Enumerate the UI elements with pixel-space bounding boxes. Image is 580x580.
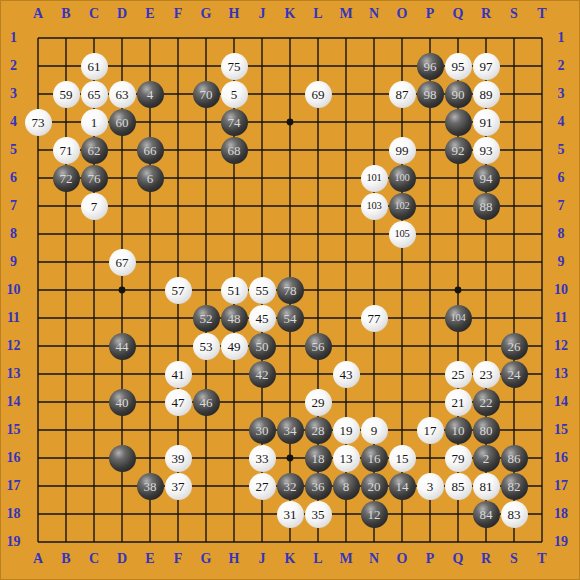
stone-white-71-B5[interactable]: 71 (53, 137, 80, 164)
stone-white-59-B3[interactable]: 59 (53, 81, 80, 108)
stone-black-66-E5[interactable]: 66 (137, 137, 164, 164)
move-number: 56 (312, 340, 325, 353)
stone-white-105-O8[interactable]: 105 (389, 221, 416, 248)
stone-black-16-N16[interactable]: 16 (361, 445, 388, 472)
stone-black-76-C6[interactable]: 76 (81, 165, 108, 192)
move-number: 79 (452, 452, 465, 465)
move-number: 84 (480, 508, 493, 521)
move-number: 22 (480, 396, 493, 409)
move-number: 15 (396, 452, 409, 465)
move-number: 49 (228, 340, 241, 353)
stone-black-12-N18[interactable]: 12 (361, 501, 388, 528)
stone-white-31-K18[interactable]: 31 (277, 501, 304, 528)
stone-black-26-S12[interactable]: 26 (501, 333, 528, 360)
move-number: 30 (256, 424, 269, 437)
row-label-left-8: 8 (0, 220, 27, 248)
move-number: 62 (88, 144, 101, 157)
move-number: 23 (480, 368, 493, 381)
col-label-top-N: N (360, 0, 388, 27)
move-number: 66 (144, 144, 157, 157)
move-number: 50 (256, 340, 269, 353)
move-number: 16 (368, 452, 381, 465)
stone-white-87-O3[interactable]: 87 (389, 81, 416, 108)
stone-white-7-C7[interactable]: 7 (81, 193, 108, 220)
row-label-left-15: 15 (0, 416, 27, 444)
move-number: 59 (60, 88, 73, 101)
stone-white-39-F16[interactable]: 39 (165, 445, 192, 472)
move-number: 34 (284, 424, 297, 437)
move-number: 29 (312, 396, 325, 409)
stone-white-47-F14[interactable]: 47 (165, 389, 192, 416)
stone-white-65-C3[interactable]: 65 (81, 81, 108, 108)
move-number: 99 (396, 144, 409, 157)
move-number: 100 (395, 173, 410, 184)
stone-white-79-Q16[interactable]: 79 (445, 445, 472, 472)
move-number: 17 (424, 424, 437, 437)
move-number: 98 (424, 88, 437, 101)
move-number: 71 (60, 144, 73, 157)
stone-black-104-Q11[interactable]: 104 (445, 305, 472, 332)
stone-white-101-N6[interactable]: 101 (361, 165, 388, 192)
move-number: 37 (172, 480, 185, 493)
stone-white-25-Q13[interactable]: 25 (445, 361, 472, 388)
row-label-left-6: 6 (0, 164, 27, 192)
row-labels-left: 12345678910111213141516171819 (0, 24, 27, 556)
move-number: 60 (116, 116, 129, 129)
stone-white-55-J10[interactable]: 55 (249, 277, 276, 304)
move-number: 73 (32, 116, 45, 129)
stone-white-69-L3[interactable]: 69 (305, 81, 332, 108)
move-number: 74 (228, 116, 241, 129)
move-number: 10 (452, 424, 465, 437)
stone-black-20-N17[interactable]: 20 (361, 473, 388, 500)
stone-black-80-R15[interactable]: 80 (473, 417, 500, 444)
stone-black-54-K11[interactable]: 54 (277, 305, 304, 332)
stone-black-90-Q3[interactable]: 90 (445, 81, 472, 108)
stone-white-57-F10[interactable]: 57 (165, 277, 192, 304)
col-label-top-G: G (192, 0, 220, 27)
stone-black-28-L15[interactable]: 28 (305, 417, 332, 444)
move-number: 93 (480, 144, 493, 157)
stone-black-70-G3[interactable]: 70 (193, 81, 220, 108)
move-number: 28 (312, 424, 325, 437)
move-number: 7 (91, 200, 98, 213)
move-number: 83 (508, 508, 521, 521)
move-number: 12 (368, 508, 381, 521)
row-label-left-2: 2 (0, 52, 27, 80)
row-label-left-18: 18 (0, 500, 27, 528)
stone-black-42-J13[interactable]: 42 (249, 361, 276, 388)
stone-black-86-S16[interactable]: 86 (501, 445, 528, 472)
move-number: 13 (340, 452, 353, 465)
col-label-top-L: L (304, 0, 332, 27)
move-number: 33 (256, 452, 269, 465)
stone-black-88-R7[interactable]: 88 (473, 193, 500, 220)
row-label-left-12: 12 (0, 332, 27, 360)
row-label-left-11: 11 (0, 304, 27, 332)
move-number: 69 (312, 88, 325, 101)
move-number: 39 (172, 452, 185, 465)
stone-white-29-L14[interactable]: 29 (305, 389, 332, 416)
stone-white-89-R3[interactable]: 89 (473, 81, 500, 108)
move-number: 25 (452, 368, 465, 381)
stone-white-103-N7[interactable]: 103 (361, 193, 388, 220)
stone-white-33-J16[interactable]: 33 (249, 445, 276, 472)
move-number: 35 (312, 508, 325, 521)
stone-black-48-H11[interactable]: 48 (221, 305, 248, 332)
move-number: 92 (452, 144, 465, 157)
move-number: 77 (368, 312, 381, 325)
col-label-top-R: R (472, 0, 500, 27)
stone-black-22-R14[interactable]: 22 (473, 389, 500, 416)
stone-black-102-O7[interactable]: 102 (389, 193, 416, 220)
stone-black-setup-Q4[interactable] (445, 109, 472, 136)
col-label-top-Q: Q (444, 0, 472, 27)
move-number: 54 (284, 312, 297, 325)
move-number: 105 (395, 229, 410, 240)
move-number: 57 (172, 284, 185, 297)
move-number: 48 (228, 312, 241, 325)
move-number: 14 (396, 480, 409, 493)
stone-white-23-R13[interactable]: 23 (473, 361, 500, 388)
stone-black-82-S17[interactable]: 82 (501, 473, 528, 500)
stone-white-73-A4[interactable]: 73 (25, 109, 52, 136)
move-number: 53 (200, 340, 213, 353)
row-label-left-10: 10 (0, 276, 27, 304)
move-number: 78 (284, 284, 297, 297)
move-number: 89 (480, 88, 493, 101)
move-number: 31 (284, 508, 297, 521)
row-label-left-19: 19 (0, 528, 27, 556)
move-number: 44 (116, 340, 129, 353)
row-label-left-3: 3 (0, 80, 27, 108)
move-number: 72 (60, 172, 73, 185)
move-number: 8 (343, 480, 350, 493)
col-label-top-F: F (164, 0, 192, 27)
move-number: 95 (452, 60, 465, 73)
stone-black-94-R6[interactable]: 94 (473, 165, 500, 192)
stone-black-8-M17[interactable]: 8 (333, 473, 360, 500)
move-number: 2 (483, 452, 490, 465)
stone-white-63-D3[interactable]: 63 (109, 81, 136, 108)
move-number: 36 (312, 480, 325, 493)
move-number: 21 (452, 396, 465, 409)
move-number: 88 (480, 200, 493, 213)
move-number: 32 (284, 480, 297, 493)
col-label-top-C: C (80, 0, 108, 27)
row-label-left-1: 1 (0, 24, 27, 52)
move-number: 87 (396, 88, 409, 101)
col-label-top-E: E (136, 0, 164, 27)
stone-white-9-N15[interactable]: 9 (361, 417, 388, 444)
stone-black-84-R18[interactable]: 84 (473, 501, 500, 528)
stone-white-1-C4[interactable]: 1 (81, 109, 108, 136)
move-number: 67 (116, 256, 129, 269)
move-number: 80 (480, 424, 493, 437)
stone-black-44-D12[interactable]: 44 (109, 333, 136, 360)
col-label-top-O: O (388, 0, 416, 27)
col-label-top-H: H (220, 0, 248, 27)
stone-white-49-H12[interactable]: 49 (221, 333, 248, 360)
stone-black-36-L17[interactable]: 36 (305, 473, 332, 500)
stone-black-34-K15[interactable]: 34 (277, 417, 304, 444)
stone-black-68-H5[interactable]: 68 (221, 137, 248, 164)
stone-white-91-R4[interactable]: 91 (473, 109, 500, 136)
row-label-left-7: 7 (0, 192, 27, 220)
stone-white-15-O16[interactable]: 15 (389, 445, 416, 472)
move-number: 40 (116, 396, 129, 409)
stone-white-5-H3[interactable]: 5 (221, 81, 248, 108)
stone-white-21-Q14[interactable]: 21 (445, 389, 472, 416)
move-number: 76 (88, 172, 101, 185)
move-number: 19 (340, 424, 353, 437)
move-number: 55 (256, 284, 269, 297)
move-number: 101 (367, 173, 382, 184)
stone-black-38-E17[interactable]: 38 (137, 473, 164, 500)
stone-black-72-B6[interactable]: 72 (53, 165, 80, 192)
move-number: 94 (480, 172, 493, 185)
column-labels-top: ABCDEFGHJKLMNOPQRST (24, 0, 556, 27)
goban[interactable]: 1234567891012131415161718192021222324252… (24, 24, 556, 556)
stone-white-51-H10[interactable]: 51 (221, 277, 248, 304)
move-number: 61 (88, 60, 101, 73)
stone-black-56-L12[interactable]: 56 (305, 333, 332, 360)
stone-white-35-L18[interactable]: 35 (305, 501, 332, 528)
stone-white-61-C2[interactable]: 61 (81, 53, 108, 80)
stone-black-62-C5[interactable]: 62 (81, 137, 108, 164)
stone-black-52-G11[interactable]: 52 (193, 305, 220, 332)
move-number: 18 (312, 452, 325, 465)
move-number: 91 (480, 116, 493, 129)
stone-white-43-M13[interactable]: 43 (333, 361, 360, 388)
move-number: 3 (427, 480, 434, 493)
stone-white-53-G12[interactable]: 53 (193, 333, 220, 360)
stone-black-2-R16[interactable]: 2 (473, 445, 500, 472)
move-number: 104 (451, 313, 466, 324)
stone-black-32-K17[interactable]: 32 (277, 473, 304, 500)
move-number: 24 (508, 368, 521, 381)
move-number: 9 (371, 424, 378, 437)
stone-black-4-E3[interactable]: 4 (137, 81, 164, 108)
stone-white-13-M16[interactable]: 13 (333, 445, 360, 472)
stone-black-24-S13[interactable]: 24 (501, 361, 528, 388)
move-number: 51 (228, 284, 241, 297)
move-number: 43 (340, 368, 353, 381)
move-number: 41 (172, 368, 185, 381)
move-number: 45 (256, 312, 269, 325)
row-label-left-5: 5 (0, 136, 27, 164)
stone-white-77-N11[interactable]: 77 (361, 305, 388, 332)
stone-white-19-M15[interactable]: 19 (333, 417, 360, 444)
stone-white-95-Q2[interactable]: 95 (445, 53, 472, 80)
stone-black-96-P2[interactable]: 96 (417, 53, 444, 80)
stone-black-18-L16[interactable]: 18 (305, 445, 332, 472)
stone-white-3-P17[interactable]: 3 (417, 473, 444, 500)
move-number: 26 (508, 340, 521, 353)
col-label-top-S: S (500, 0, 528, 27)
move-number: 65 (88, 88, 101, 101)
move-number: 38 (144, 480, 157, 493)
stone-white-17-P15[interactable]: 17 (417, 417, 444, 444)
stone-white-99-O5[interactable]: 99 (389, 137, 416, 164)
stone-white-27-J17[interactable]: 27 (249, 473, 276, 500)
stone-white-75-H2[interactable]: 75 (221, 53, 248, 80)
move-number: 27 (256, 480, 269, 493)
stone-black-6-E6[interactable]: 6 (137, 165, 164, 192)
move-number: 75 (228, 60, 241, 73)
move-number: 46 (200, 396, 213, 409)
stone-white-81-R17[interactable]: 81 (473, 473, 500, 500)
move-number: 96 (424, 60, 437, 73)
col-label-top-T: T (528, 0, 556, 27)
col-label-top-K: K (276, 0, 304, 27)
move-number: 85 (452, 480, 465, 493)
move-number: 52 (200, 312, 213, 325)
row-label-left-17: 17 (0, 472, 27, 500)
move-number: 47 (172, 396, 185, 409)
col-label-top-P: P (416, 0, 444, 27)
stone-black-50-J12[interactable]: 50 (249, 333, 276, 360)
stone-black-60-D4[interactable]: 60 (109, 109, 136, 136)
stone-black-40-D14[interactable]: 40 (109, 389, 136, 416)
move-number: 6 (147, 172, 154, 185)
move-number: 20 (368, 480, 381, 493)
col-label-top-B: B (52, 0, 80, 27)
move-number: 5 (231, 88, 238, 101)
col-label-top-M: M (332, 0, 360, 27)
stone-white-85-Q17[interactable]: 85 (445, 473, 472, 500)
row-label-left-14: 14 (0, 388, 27, 416)
stone-black-100-O6[interactable]: 100 (389, 165, 416, 192)
row-label-left-16: 16 (0, 444, 27, 472)
row-label-left-4: 4 (0, 108, 27, 136)
stone-black-98-P3[interactable]: 98 (417, 81, 444, 108)
stone-white-97-R2[interactable]: 97 (473, 53, 500, 80)
stone-black-78-K10[interactable]: 78 (277, 277, 304, 304)
move-number: 4 (147, 88, 154, 101)
stone-black-92-Q5[interactable]: 92 (445, 137, 472, 164)
stone-white-67-D9[interactable]: 67 (109, 249, 136, 276)
move-number: 103 (367, 201, 382, 212)
row-label-left-9: 9 (0, 248, 27, 276)
stone-black-46-G14[interactable]: 46 (193, 389, 220, 416)
stone-white-45-J11[interactable]: 45 (249, 305, 276, 332)
stone-white-93-R5[interactable]: 93 (473, 137, 500, 164)
move-number: 86 (508, 452, 521, 465)
move-number: 97 (480, 60, 493, 73)
move-number: 90 (452, 88, 465, 101)
move-number: 42 (256, 368, 269, 381)
col-label-top-D: D (108, 0, 136, 27)
move-number: 63 (116, 88, 129, 101)
stone-black-setup-D16[interactable] (109, 445, 136, 472)
row-label-left-13: 13 (0, 360, 27, 388)
move-number: 70 (200, 88, 213, 101)
move-number: 82 (508, 480, 521, 493)
col-label-top-A: A (24, 0, 52, 27)
move-number: 102 (395, 201, 410, 212)
stone-white-37-F17[interactable]: 37 (165, 473, 192, 500)
move-number: 1 (91, 116, 98, 129)
stone-black-74-H4[interactable]: 74 (221, 109, 248, 136)
stone-black-10-Q15[interactable]: 10 (445, 417, 472, 444)
stone-black-14-O17[interactable]: 14 (389, 473, 416, 500)
stone-white-83-S18[interactable]: 83 (501, 501, 528, 528)
stone-black-30-J15[interactable]: 30 (249, 417, 276, 444)
move-number: 68 (228, 144, 241, 157)
col-label-top-J: J (248, 0, 276, 27)
stone-white-41-F13[interactable]: 41 (165, 361, 192, 388)
move-number: 81 (480, 480, 493, 493)
